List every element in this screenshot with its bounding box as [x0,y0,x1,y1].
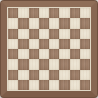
square-h3[interactable] [80,59,90,69]
square-c8[interactable] [29,8,39,18]
square-g4[interactable] [70,49,80,59]
square-b8[interactable] [18,8,28,18]
square-f1[interactable] [59,80,69,90]
square-e1[interactable] [49,80,59,90]
square-b5[interactable] [18,39,28,49]
square-d7[interactable] [39,18,49,28]
square-b4[interactable] [18,49,28,59]
square-a7[interactable] [8,18,18,28]
square-e6[interactable] [49,29,59,39]
square-f5[interactable] [59,39,69,49]
square-g7[interactable] [70,18,80,28]
square-g6[interactable] [70,29,80,39]
square-d1[interactable] [39,80,49,90]
square-d8[interactable] [39,8,49,18]
square-g8[interactable] [70,8,80,18]
square-e8[interactable] [49,8,59,18]
square-h4[interactable] [80,49,90,59]
square-h6[interactable] [80,29,90,39]
square-b3[interactable] [18,59,28,69]
square-h7[interactable] [80,18,90,28]
square-g2[interactable] [70,70,80,80]
square-g1[interactable] [70,80,80,90]
square-h1[interactable] [80,80,90,90]
chess-board-squares [8,8,90,90]
square-f7[interactable] [59,18,69,28]
square-e2[interactable] [49,70,59,80]
square-c2[interactable] [29,70,39,80]
square-f6[interactable] [59,29,69,39]
square-a5[interactable] [8,39,18,49]
square-b2[interactable] [18,70,28,80]
square-a1[interactable] [8,80,18,90]
board-photo-background [0,0,98,98]
square-g3[interactable] [70,59,80,69]
square-e3[interactable] [49,59,59,69]
square-f4[interactable] [59,49,69,59]
square-b1[interactable] [18,80,28,90]
square-e7[interactable] [49,18,59,28]
chess-board [1,1,97,97]
square-h5[interactable] [80,39,90,49]
square-d2[interactable] [39,70,49,80]
square-a3[interactable] [8,59,18,69]
square-a2[interactable] [8,70,18,80]
square-a6[interactable] [8,29,18,39]
square-d6[interactable] [39,29,49,39]
square-a8[interactable] [8,8,18,18]
square-g5[interactable] [70,39,80,49]
square-h8[interactable] [80,8,90,18]
square-f8[interactable] [59,8,69,18]
square-d5[interactable] [39,39,49,49]
square-e5[interactable] [49,39,59,49]
square-h2[interactable] [80,70,90,80]
square-b6[interactable] [18,29,28,39]
square-d3[interactable] [39,59,49,69]
square-a4[interactable] [8,49,18,59]
square-b7[interactable] [18,18,28,28]
square-c1[interactable] [29,80,39,90]
square-f2[interactable] [59,70,69,80]
square-c3[interactable] [29,59,39,69]
square-e4[interactable] [49,49,59,59]
square-c4[interactable] [29,49,39,59]
square-c6[interactable] [29,29,39,39]
square-c5[interactable] [29,39,39,49]
square-d4[interactable] [39,49,49,59]
square-c7[interactable] [29,18,39,28]
square-f3[interactable] [59,59,69,69]
